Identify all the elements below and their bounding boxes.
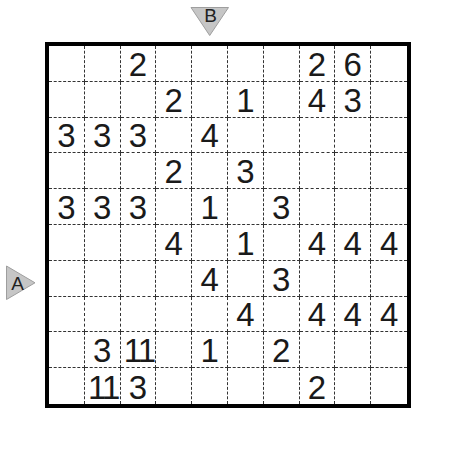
- extraction-marker-b: B: [190, 7, 230, 37]
- clue-number: 4: [344, 298, 362, 331]
- clue-number: 4: [380, 227, 398, 260]
- clue-number: 3: [93, 191, 111, 224]
- cell-r4c2[interactable]: [85, 153, 121, 189]
- clue-number: 3: [236, 155, 254, 188]
- cell-r4c5[interactable]: [192, 153, 228, 189]
- cell-r2c4[interactable]: 2: [156, 82, 192, 118]
- clue-number: 3: [272, 191, 290, 224]
- clue-number: 2: [165, 84, 183, 117]
- cell-r6c4[interactable]: 4: [156, 225, 192, 261]
- clue-number: 4: [344, 227, 362, 260]
- cell-r3c7[interactable]: [264, 118, 300, 154]
- cell-r5c6[interactable]: [228, 189, 264, 225]
- clue-number: 4: [200, 263, 218, 296]
- cell-r3c2[interactable]: 3: [85, 118, 121, 154]
- cell-r9c1[interactable]: [49, 332, 85, 368]
- clue-number: 6: [344, 48, 362, 81]
- clue-number: 4: [236, 298, 254, 331]
- clue-number: 3: [129, 191, 147, 224]
- cell-r6c2[interactable]: [85, 225, 121, 261]
- clue-number: 4: [380, 298, 398, 331]
- cell-r5c7[interactable]: 3: [264, 189, 300, 225]
- cell-r1c5[interactable]: [192, 46, 228, 82]
- cell-r10c10[interactable]: [371, 368, 407, 404]
- cell-r3c8[interactable]: [300, 118, 336, 154]
- cell-r7c6[interactable]: [228, 261, 264, 297]
- cell-r3c9[interactable]: [335, 118, 371, 154]
- clue-number: 1: [200, 334, 218, 367]
- clue-number: 1: [236, 227, 254, 260]
- clue-number: 1: [236, 84, 254, 117]
- cell-r1c9[interactable]: 6: [335, 46, 371, 82]
- clue-number: 4: [308, 227, 326, 260]
- cell-r9c4[interactable]: [156, 332, 192, 368]
- cell-r5c3[interactable]: 3: [121, 189, 157, 225]
- cell-r3c10[interactable]: [371, 118, 407, 154]
- cell-r7c4[interactable]: [156, 261, 192, 297]
- cell-r6c3[interactable]: [121, 225, 157, 261]
- cell-r9c2[interactable]: 3: [85, 332, 121, 368]
- cell-r9c10[interactable]: [371, 332, 407, 368]
- cell-r1c2[interactable]: [85, 46, 121, 82]
- clue-number: 3: [129, 371, 147, 404]
- cell-r4c6[interactable]: 3: [228, 153, 264, 189]
- clue-number: 1: [200, 191, 218, 224]
- clue-number: 11: [124, 334, 154, 367]
- cell-r9c7[interactable]: 2: [264, 332, 300, 368]
- cell-r1c1[interactable]: [49, 46, 85, 82]
- cell-r9c3[interactable]: 11: [121, 332, 157, 368]
- cell-r2c5[interactable]: [192, 82, 228, 118]
- cell-r9c9[interactable]: [335, 332, 371, 368]
- cell-r10c2[interactable]: 11: [85, 368, 121, 404]
- cell-r4c9[interactable]: [335, 153, 371, 189]
- clue-number: 2: [129, 48, 147, 81]
- cell-r8c9[interactable]: 4: [335, 297, 371, 333]
- cell-r3c1[interactable]: 3: [49, 118, 85, 154]
- cell-r2c9[interactable]: 3: [335, 82, 371, 118]
- clue-number: 4: [200, 119, 218, 152]
- cell-r6c6[interactable]: 1: [228, 225, 264, 261]
- clue-number: 2: [308, 371, 326, 404]
- cell-r2c7[interactable]: [264, 82, 300, 118]
- cell-r10c8[interactable]: 2: [300, 368, 336, 404]
- cell-r7c10[interactable]: [371, 261, 407, 297]
- cell-r10c5[interactable]: [192, 368, 228, 404]
- cell-r2c6[interactable]: 1: [228, 82, 264, 118]
- cell-r10c3[interactable]: 3: [121, 368, 157, 404]
- cell-r4c7[interactable]: [264, 153, 300, 189]
- clue-number: 3: [272, 263, 290, 296]
- cell-r3c3[interactable]: 3: [121, 118, 157, 154]
- cell-r8c8[interactable]: 4: [300, 297, 336, 333]
- cell-r8c6[interactable]: 4: [228, 297, 264, 333]
- marker-b-label: B: [204, 7, 217, 26]
- cell-r1c4[interactable]: [156, 46, 192, 82]
- clue-number: 2: [308, 48, 326, 81]
- cell-r6c10[interactable]: 4: [371, 225, 407, 261]
- clue-number: 2: [272, 334, 290, 367]
- cell-r2c8[interactable]: 4: [300, 82, 336, 118]
- clue-number: 11: [88, 371, 118, 404]
- cell-r2c1[interactable]: [49, 82, 85, 118]
- cell-r5c8[interactable]: [300, 189, 336, 225]
- cell-r4c8[interactable]: [300, 153, 336, 189]
- cell-r7c1[interactable]: [49, 261, 85, 297]
- extraction-marker-a: A: [6, 265, 38, 301]
- cell-r3c4[interactable]: [156, 118, 192, 154]
- cell-r4c10[interactable]: [371, 153, 407, 189]
- cell-r8c4[interactable]: [156, 297, 192, 333]
- clue-number: 3: [129, 119, 147, 152]
- cell-r10c7[interactable]: [264, 368, 300, 404]
- cell-r4c4[interactable]: 2: [156, 153, 192, 189]
- cell-r4c1[interactable]: [49, 153, 85, 189]
- cell-r3c6[interactable]: [228, 118, 264, 154]
- cell-r8c1[interactable]: [49, 297, 85, 333]
- cell-r10c1[interactable]: [49, 368, 85, 404]
- cell-r7c3[interactable]: [121, 261, 157, 297]
- clue-number: 3: [57, 191, 75, 224]
- cell-r4c3[interactable]: [121, 153, 157, 189]
- cell-r9c5[interactable]: 1: [192, 332, 228, 368]
- cell-r7c7[interactable]: 3: [264, 261, 300, 297]
- clue-number: 4: [308, 298, 326, 331]
- cell-r8c2[interactable]: [85, 297, 121, 333]
- clue-number: 3: [344, 84, 362, 117]
- cell-r5c4[interactable]: [156, 189, 192, 225]
- cell-r6c7[interactable]: [264, 225, 300, 261]
- cell-r6c5[interactable]: [192, 225, 228, 261]
- cell-r9c8[interactable]: [300, 332, 336, 368]
- cell-r5c5[interactable]: 1: [192, 189, 228, 225]
- clue-number: 4: [165, 227, 183, 260]
- cell-r2c3[interactable]: [121, 82, 157, 118]
- cell-r1c3[interactable]: 2: [121, 46, 157, 82]
- cell-r1c6[interactable]: [228, 46, 264, 82]
- cell-r6c9[interactable]: 4: [335, 225, 371, 261]
- puzzle-grid: 22621433334233331341444434444311121132: [45, 42, 411, 408]
- clue-number: 3: [93, 334, 111, 367]
- cell-r7c9[interactable]: [335, 261, 371, 297]
- cell-r1c7[interactable]: [264, 46, 300, 82]
- cell-r6c8[interactable]: 4: [300, 225, 336, 261]
- clue-number: 3: [57, 119, 75, 152]
- clue-number: 2: [165, 155, 183, 188]
- cell-r8c3[interactable]: [121, 297, 157, 333]
- cell-r5c2[interactable]: 3: [85, 189, 121, 225]
- cell-r7c8[interactable]: [300, 261, 336, 297]
- clue-number: 4: [308, 84, 326, 117]
- cell-r9c6[interactable]: [228, 332, 264, 368]
- cell-r2c2[interactable]: [85, 82, 121, 118]
- cell-r7c5[interactable]: 4: [192, 261, 228, 297]
- cell-r1c10[interactable]: [371, 46, 407, 82]
- cell-r5c9[interactable]: [335, 189, 371, 225]
- cell-r3c5[interactable]: 4: [192, 118, 228, 154]
- cell-r10c6[interactable]: [228, 368, 264, 404]
- clue-number: 3: [93, 119, 111, 152]
- cell-r7c2[interactable]: [85, 261, 121, 297]
- marker-a-label: A: [11, 273, 24, 294]
- cell-r8c7[interactable]: [264, 297, 300, 333]
- cell-r8c10[interactable]: 4: [371, 297, 407, 333]
- cell-r8c5[interactable]: [192, 297, 228, 333]
- cell-r2c10[interactable]: [371, 82, 407, 118]
- cell-r5c1[interactable]: 3: [49, 189, 85, 225]
- tapa-puzzle-page: B A 226214333342333313414444344443111211…: [0, 0, 454, 457]
- cell-r1c8[interactable]: 2: [300, 46, 336, 82]
- cell-r5c10[interactable]: [371, 189, 407, 225]
- cell-r10c9[interactable]: [335, 368, 371, 404]
- cell-r10c4[interactable]: [156, 368, 192, 404]
- cell-r6c1[interactable]: [49, 225, 85, 261]
